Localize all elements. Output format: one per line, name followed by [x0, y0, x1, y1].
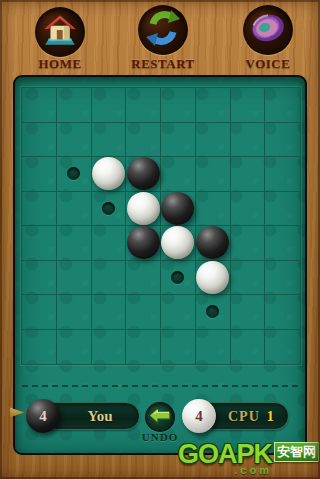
cell-f3[interactable] — [196, 157, 231, 192]
cell-d2[interactable] — [126, 123, 161, 158]
home-icon — [42, 13, 78, 51]
cell-b7[interactable] — [57, 295, 92, 330]
white-disc — [196, 261, 229, 294]
cell-d6[interactable] — [126, 261, 161, 296]
cell-d4[interactable] — [126, 192, 161, 227]
player-score-count: 4 — [39, 408, 47, 425]
cell-h7[interactable] — [265, 295, 300, 330]
undo-arrow-icon — [149, 407, 171, 428]
restart-label: RESTART — [108, 56, 218, 72]
cell-e2[interactable] — [161, 123, 196, 158]
cell-e6[interactable] — [161, 261, 196, 296]
cell-h2[interactable] — [265, 123, 300, 158]
game-window: HOME RESTART VOICE — [0, 0, 320, 479]
cell-g5[interactable] — [231, 226, 266, 261]
cell-h6[interactable] — [265, 261, 300, 296]
cell-a4[interactable] — [22, 192, 57, 227]
cell-c1[interactable] — [92, 88, 127, 123]
legal-move-hint[interactable] — [67, 167, 80, 180]
cell-e7[interactable] — [161, 295, 196, 330]
cell-g8[interactable] — [231, 330, 266, 365]
cell-f6[interactable] — [196, 261, 231, 296]
cell-d3[interactable] — [126, 157, 161, 192]
black-disc — [127, 226, 160, 259]
cell-a1[interactable] — [22, 88, 57, 123]
cell-f2[interactable] — [196, 123, 231, 158]
cell-h8[interactable] — [265, 330, 300, 365]
cell-g6[interactable] — [231, 261, 266, 296]
cpu-stone-badge: 4 — [182, 399, 216, 433]
cell-d7[interactable] — [126, 295, 161, 330]
cell-h5[interactable] — [265, 226, 300, 261]
cell-a8[interactable] — [22, 330, 57, 365]
cell-c7[interactable] — [92, 295, 127, 330]
cell-b8[interactable] — [57, 330, 92, 365]
cell-c3[interactable] — [92, 157, 127, 192]
home-button[interactable] — [35, 7, 85, 57]
cell-f8[interactable] — [196, 330, 231, 365]
black-disc — [127, 157, 160, 190]
cell-a2[interactable] — [22, 123, 57, 158]
cell-g4[interactable] — [231, 192, 266, 227]
cell-c5[interactable] — [92, 226, 127, 261]
undo-button[interactable] — [145, 402, 175, 432]
cell-c4[interactable] — [92, 192, 127, 227]
cell-e8[interactable] — [161, 330, 196, 365]
cell-c6[interactable] — [92, 261, 127, 296]
legal-move-hint[interactable] — [171, 271, 184, 284]
cell-a7[interactable] — [22, 295, 57, 330]
cell-g3[interactable] — [231, 157, 266, 192]
cpu-level: 1 — [267, 403, 275, 430]
cell-f7[interactable] — [196, 295, 231, 330]
white-disc — [127, 192, 160, 225]
voice-label: VOICE — [213, 56, 320, 72]
cell-f5[interactable] — [196, 226, 231, 261]
cell-a3[interactable] — [22, 157, 57, 192]
black-disc — [196, 226, 229, 259]
cell-e1[interactable] — [161, 88, 196, 123]
voice-icon — [248, 8, 288, 52]
cell-h3[interactable] — [265, 157, 300, 192]
board-panel — [13, 75, 307, 455]
cpu-score-count: 4 — [195, 408, 203, 425]
cell-b3[interactable] — [57, 157, 92, 192]
cell-d8[interactable] — [126, 330, 161, 365]
cell-c8[interactable] — [92, 330, 127, 365]
legal-move-hint[interactable] — [206, 305, 219, 318]
cpu-label: CPU — [228, 403, 260, 430]
white-disc — [161, 226, 194, 259]
score-separator-line — [22, 385, 298, 387]
cell-h4[interactable] — [265, 192, 300, 227]
cell-b2[interactable] — [57, 123, 92, 158]
legal-move-hint[interactable] — [102, 202, 115, 215]
black-disc — [161, 192, 194, 225]
restart-button[interactable] — [138, 5, 188, 55]
voice-button[interactable] — [243, 5, 293, 55]
cell-d1[interactable] — [126, 88, 161, 123]
cell-b5[interactable] — [57, 226, 92, 261]
cell-a5[interactable] — [22, 226, 57, 261]
home-label: HOME — [5, 56, 115, 72]
cell-f4[interactable] — [196, 192, 231, 227]
cell-f1[interactable] — [196, 88, 231, 123]
player-score-pill: 4 You — [28, 402, 140, 430]
cell-a6[interactable] — [22, 261, 57, 296]
cpu-score-pill: 4 CPU 1 — [183, 402, 289, 430]
cell-b1[interactable] — [57, 88, 92, 123]
player-stone-badge: 4 — [26, 399, 60, 433]
board-grid — [22, 88, 300, 364]
cell-h1[interactable] — [265, 88, 300, 123]
cell-g1[interactable] — [231, 88, 266, 123]
cell-e4[interactable] — [161, 192, 196, 227]
cell-d5[interactable] — [126, 226, 161, 261]
cell-b6[interactable] — [57, 261, 92, 296]
cell-g7[interactable] — [231, 295, 266, 330]
cell-b4[interactable] — [57, 192, 92, 227]
cell-e5[interactable] — [161, 226, 196, 261]
watermark: GOAPK .com 安智网 — [178, 442, 319, 476]
cell-c2[interactable] — [92, 123, 127, 158]
watermark-badge: 安智网 — [274, 442, 319, 462]
white-disc — [92, 157, 125, 190]
player-label: You — [69, 403, 131, 430]
cell-g2[interactable] — [231, 123, 266, 158]
restart-icon — [143, 8, 183, 52]
watermark-brand: GOAPK — [178, 441, 272, 466]
cell-e3[interactable] — [161, 157, 196, 192]
